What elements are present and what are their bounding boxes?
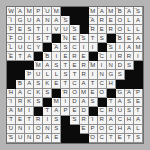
cell-r10c5[interactable]: S	[43, 89, 52, 98]
clue-number: 30	[89, 61, 92, 64]
cell-r15c1[interactable]: 50S	[7, 134, 16, 143]
cell-letter: P	[91, 125, 95, 132]
cell-r4c8[interactable]: E	[70, 34, 79, 43]
cell-r8c13[interactable]: S	[116, 70, 125, 79]
cell-r3c1[interactable]: 16F	[7, 25, 16, 34]
cell-letter: A	[127, 89, 131, 96]
cell-r14c15[interactable]: L	[134, 125, 143, 134]
cell-letter: N	[45, 125, 49, 132]
cell-r12c5[interactable]: 42T	[43, 107, 52, 116]
cell-letter: T	[64, 80, 68, 87]
black-cell-r11c5	[43, 98, 52, 107]
cell-r6c9[interactable]: E	[80, 52, 89, 61]
cell-letter: T	[27, 116, 31, 123]
cell-r5c14[interactable]: A	[125, 43, 134, 52]
cell-r3c3[interactable]: S	[25, 25, 34, 34]
cell-letter: B	[118, 35, 122, 42]
cell-letter: S	[72, 26, 76, 33]
clue-number: 38	[8, 98, 11, 101]
clue-number: 47	[89, 116, 92, 119]
cell-r2c11[interactable]: R	[98, 16, 107, 25]
cell-r13c8[interactable]: 46S	[70, 116, 79, 125]
black-cell-r8c2	[16, 70, 25, 79]
cell-r11c13[interactable]: A	[116, 98, 125, 107]
cell-r14c13[interactable]: H	[116, 125, 125, 134]
cell-r4c13[interactable]: 22B	[116, 34, 125, 43]
cell-r15c3[interactable]: N	[25, 134, 34, 143]
black-cell-r5c5	[43, 43, 52, 52]
cell-letter: A	[36, 17, 40, 24]
cell-r13c2[interactable]: E	[16, 116, 25, 125]
cell-r14c4[interactable]: O	[34, 125, 43, 134]
cell-r5c9[interactable]: I	[80, 43, 89, 52]
cell-letter: A	[82, 98, 86, 105]
cell-r2c15[interactable]: A	[134, 16, 143, 25]
cell-r6c6[interactable]: I	[52, 52, 61, 61]
cell-r2c6[interactable]: A	[52, 16, 61, 25]
cell-r2c10[interactable]: 15A	[89, 16, 98, 25]
cell-r7c4[interactable]: 29M	[34, 61, 43, 70]
cell-letter: M	[135, 44, 140, 51]
cell-r1c1[interactable]: 1W	[7, 7, 16, 16]
cell-letter: P	[136, 89, 140, 96]
cell-r6c12[interactable]: I	[107, 52, 116, 61]
cell-r9c6[interactable]: E	[52, 80, 61, 89]
cell-letter: B	[18, 80, 22, 87]
cell-r7c12[interactable]: N	[107, 61, 116, 70]
cell-r1c15[interactable]: 12S	[134, 7, 143, 16]
black-cell-r12c10	[89, 107, 98, 116]
cell-letter: A	[54, 17, 58, 24]
cell-r11c7[interactable]: I	[61, 98, 70, 107]
cell-letter: A	[27, 53, 31, 60]
cell-r9c10[interactable]: T	[89, 80, 98, 89]
cell-r15c13[interactable]: E	[116, 134, 125, 143]
cell-r2c13[interactable]: O	[116, 16, 125, 25]
clue-number: 15	[89, 16, 92, 19]
cell-r8c3[interactable]: 31P	[25, 70, 34, 79]
cell-letter: R	[100, 17, 104, 24]
cell-r6c11[interactable]: 28C	[98, 52, 107, 61]
cell-r3c5[interactable]: I	[43, 25, 52, 34]
cell-letter: O	[72, 89, 77, 96]
cell-r11c6[interactable]: 39M	[52, 98, 61, 107]
cell-r1c5[interactable]: 5U	[43, 7, 52, 16]
cell-r5c2[interactable]: U	[16, 43, 25, 52]
cell-r3c13[interactable]: O	[116, 25, 125, 34]
cell-letter: S	[27, 26, 31, 33]
cell-r13c14[interactable]: H	[125, 116, 134, 125]
cell-r10c2[interactable]: A	[16, 89, 25, 98]
cell-r11c2[interactable]: R	[16, 98, 25, 107]
cell-r9c12[interactable]: H	[107, 80, 116, 89]
black-cell-r7c1	[7, 61, 16, 70]
cell-r4c5[interactable]: T	[43, 34, 52, 43]
cell-letter: U	[27, 17, 31, 24]
cell-r2c12[interactable]: E	[107, 16, 116, 25]
cell-r14c2[interactable]: N	[16, 125, 25, 134]
cell-r3c6[interactable]: V	[52, 25, 61, 34]
cell-letter: B	[118, 8, 122, 15]
cell-r2c2[interactable]: G	[16, 16, 25, 25]
cell-r6c2[interactable]: T	[16, 52, 25, 61]
cell-r4c14[interactable]: E	[125, 34, 134, 43]
cell-r9c7[interactable]: T	[61, 80, 70, 89]
cell-r3c12[interactable]: R	[107, 25, 116, 34]
cell-r10c11[interactable]: O	[98, 89, 107, 98]
cell-r5c4[interactable]: Y	[34, 43, 43, 52]
cell-letter: L	[127, 26, 130, 33]
cell-r5c12[interactable]: 25S	[107, 43, 116, 52]
cell-r15c11[interactable]: C	[98, 134, 107, 143]
cell-r7c6[interactable]: S	[52, 61, 61, 70]
cell-letter: S	[63, 17, 67, 24]
cell-r6c1[interactable]: 26E	[7, 52, 16, 61]
cell-letter: E	[100, 26, 104, 33]
clue-number: 23	[8, 43, 11, 46]
cell-r3c8[interactable]: 17S	[70, 25, 79, 34]
cell-letter: F	[9, 35, 13, 42]
cell-letter: I	[46, 26, 48, 33]
cell-letter: C	[100, 107, 104, 114]
cell-r1c13[interactable]: 10B	[116, 7, 125, 16]
cell-r7c8[interactable]: E	[70, 61, 79, 70]
cell-r11c10[interactable]: S	[89, 98, 98, 107]
clue-number: 35	[116, 89, 119, 92]
cell-r3c4[interactable]: T	[34, 25, 43, 34]
cell-r12c11[interactable]: 43C	[98, 107, 107, 116]
cell-r4c11[interactable]: S	[98, 34, 107, 43]
cell-letter: C	[100, 53, 104, 60]
cell-r9c11[interactable]: C	[98, 80, 107, 89]
cell-r12c3[interactable]: I	[25, 107, 34, 116]
cell-r7c13[interactable]: D	[116, 61, 125, 70]
clue-number: 22	[116, 34, 119, 37]
cell-r14c1[interactable]: 48U	[7, 125, 16, 134]
cell-r10c3[interactable]: C	[25, 89, 34, 98]
cell-r4c2[interactable]: O	[16, 34, 25, 43]
cell-r8c9[interactable]: R	[80, 70, 89, 79]
cell-r15c10[interactable]: 51O	[89, 134, 98, 143]
cell-r2c7[interactable]: 14S	[61, 16, 70, 25]
cell-r3c15[interactable]: L	[134, 25, 143, 34]
cell-r6c14[interactable]: R	[125, 52, 134, 61]
clue-number: 9	[107, 7, 108, 10]
cell-r13c15[interactable]: A	[134, 116, 143, 125]
cell-r12c13[interactable]: U	[116, 107, 125, 116]
cell-r10c10[interactable]: E	[89, 89, 98, 98]
clue-number: 20	[62, 34, 65, 37]
cell-r13c11[interactable]: R	[98, 116, 107, 125]
clue-number: 49	[80, 125, 83, 128]
cell-letter: H	[127, 116, 131, 123]
cell-r10c7[interactable]: 34R	[61, 89, 70, 98]
cell-r1c2[interactable]: 2A	[16, 7, 25, 16]
cell-r10c9[interactable]: M	[80, 89, 89, 98]
cell-r5c6[interactable]: 24A	[52, 43, 61, 52]
cell-r3c11[interactable]: E	[98, 25, 107, 34]
cell-letter: T	[109, 134, 113, 141]
cell-r13c6[interactable]: S	[52, 116, 61, 125]
cell-letter: D	[72, 98, 76, 105]
cell-r11c9[interactable]: A	[80, 98, 89, 107]
clue-number: 26	[8, 52, 11, 55]
cell-r13c9[interactable]: R	[80, 116, 89, 125]
clue-number: 19	[8, 34, 11, 37]
cell-r5c13[interactable]: I	[116, 43, 125, 52]
cell-r12c8[interactable]: E	[70, 107, 79, 116]
cell-r15c15[interactable]: S	[134, 134, 143, 143]
clue-number: 45	[35, 116, 38, 119]
clue-number: 33	[8, 89, 11, 92]
black-cell-r10c12	[107, 89, 116, 98]
cell-r12c14[interactable]: S	[125, 107, 134, 116]
cell-r6c7[interactable]: E	[61, 52, 70, 61]
cell-r12c15[interactable]: T	[134, 107, 143, 116]
cell-r3c2[interactable]: E	[16, 25, 25, 34]
cell-letter: S	[109, 44, 113, 51]
cell-letter: N	[109, 62, 113, 69]
cell-letter: O	[117, 26, 122, 33]
cell-r10c14[interactable]: 36A	[125, 89, 134, 98]
cell-letter: L	[46, 71, 49, 78]
cell-letter: I	[10, 98, 12, 105]
cell-r9c3[interactable]: A	[25, 80, 34, 89]
clue-number: 3	[26, 7, 27, 10]
cell-r14c9[interactable]: 49E	[80, 125, 89, 134]
cell-r4c10[interactable]: T	[89, 34, 98, 43]
cell-letter: U	[9, 125, 13, 132]
cell-r7c9[interactable]: R	[80, 61, 89, 70]
cell-letter: A	[100, 8, 104, 15]
black-cell-r14c8	[70, 125, 79, 134]
cell-letter: K	[27, 98, 31, 105]
clue-number: 44	[8, 116, 11, 119]
cell-r14c14[interactable]: A	[125, 125, 134, 134]
black-cell-r9c15	[134, 80, 143, 89]
cell-letter: U	[63, 26, 67, 33]
cell-letter: E	[9, 53, 13, 60]
cell-r13c12[interactable]: A	[107, 116, 116, 125]
cell-letter: S	[82, 35, 86, 42]
cell-r8c10[interactable]: I	[89, 70, 98, 79]
cell-r14c5[interactable]: N	[43, 125, 52, 134]
cell-r2c4[interactable]: A	[34, 16, 43, 25]
cell-r11c3[interactable]: K	[25, 98, 34, 107]
cell-letter: M	[54, 8, 59, 15]
cell-r7c5[interactable]: A	[43, 61, 52, 70]
cell-r13c3[interactable]: T	[25, 116, 34, 125]
cell-r13c4[interactable]: 45R	[34, 116, 43, 125]
cell-letter: I	[110, 53, 112, 60]
cell-letter: A	[54, 44, 58, 51]
cell-r2c14[interactable]: L	[125, 16, 134, 25]
cell-r5c10[interactable]: I	[89, 43, 98, 52]
clue-number: 24	[53, 43, 56, 46]
cell-r8c5[interactable]: L	[43, 70, 52, 79]
cell-letter: T	[36, 26, 40, 33]
black-cell-r2c8	[70, 16, 79, 25]
black-cell-r8c1	[7, 70, 16, 79]
black-cell-r8c15	[134, 70, 143, 79]
cell-r2c1[interactable]: 13I	[7, 16, 16, 25]
cell-r1c10[interactable]: 7M	[89, 7, 98, 16]
cell-r8c6[interactable]: L	[52, 70, 61, 79]
cell-r8c12[interactable]: G	[107, 70, 116, 79]
cell-r13c5[interactable]: I	[43, 116, 52, 125]
cell-letter: O	[36, 125, 41, 132]
cell-r7c11[interactable]: I	[98, 61, 107, 70]
cell-r9c8[interactable]: C	[70, 80, 79, 89]
cell-letter: P	[27, 71, 31, 78]
cell-r15c6[interactable]: E	[52, 134, 61, 143]
clue-number: 14	[62, 16, 65, 19]
cell-r12c9[interactable]: D	[80, 107, 89, 116]
cell-letter: M	[81, 89, 86, 96]
cell-r11c14[interactable]: S	[125, 98, 134, 107]
cell-r6c15[interactable]: I	[134, 52, 143, 61]
clue-number: 46	[71, 116, 74, 119]
cell-r12c6[interactable]: A	[52, 107, 61, 116]
cell-r12c1[interactable]: 41A	[7, 107, 16, 116]
cell-r15c14[interactable]: T	[125, 134, 134, 143]
cell-r1c4[interactable]: 4P	[34, 7, 43, 16]
cell-r13c13[interactable]: C	[116, 116, 125, 125]
cell-r3c7[interactable]: U	[61, 25, 70, 34]
cell-r12c12[interactable]: R	[107, 107, 116, 116]
cell-r11c4[interactable]: S	[34, 98, 43, 107]
cell-r5c7[interactable]: S	[61, 43, 70, 52]
cell-letter: D	[118, 62, 122, 69]
cell-r1c12[interactable]: 9M	[107, 7, 116, 16]
cell-letter: A	[45, 134, 49, 141]
cell-r9c5[interactable]: K	[43, 80, 52, 89]
cell-r6c8[interactable]: R	[70, 52, 79, 61]
cell-r8c4[interactable]: U	[34, 70, 43, 79]
cell-r4c4[interactable]: S	[34, 34, 43, 43]
cell-r7c7[interactable]: T	[61, 61, 70, 70]
cell-letter: I	[56, 53, 58, 60]
black-cell-r7c3	[25, 61, 34, 70]
cell-letter: A	[54, 107, 58, 114]
cell-r6c5[interactable]: 27B	[43, 52, 52, 61]
cell-letter: T	[127, 134, 131, 141]
cell-letter: R	[63, 89, 67, 96]
clue-number: 42	[44, 107, 47, 110]
cell-letter: T	[18, 53, 22, 60]
cell-r5c15[interactable]: M	[134, 43, 143, 52]
cell-r1c14[interactable]: 11A	[125, 7, 134, 16]
cell-letter: P	[36, 8, 40, 15]
cell-r14c3[interactable]: I	[25, 125, 34, 134]
cell-r9c4[interactable]: S	[34, 80, 43, 89]
cell-r2c5[interactable]: N	[43, 16, 52, 25]
cell-r10c4[interactable]: K	[34, 89, 43, 98]
cell-r5c3[interactable]: C	[25, 43, 34, 52]
cell-r15c4[interactable]: D	[34, 134, 43, 143]
cell-r12c7[interactable]: P	[61, 107, 70, 116]
cell-letter: I	[83, 44, 85, 51]
cell-letter: O	[18, 35, 23, 42]
cell-letter: H	[9, 89, 13, 96]
cell-r11c15[interactable]: E	[134, 98, 143, 107]
cell-r12c2[interactable]: M	[16, 107, 25, 116]
cell-r3c10[interactable]: 18R	[89, 25, 98, 34]
cell-r4c1[interactable]: 19F	[7, 34, 16, 43]
cell-r10c1[interactable]: 33H	[7, 89, 16, 98]
cell-r15c2[interactable]: U	[16, 134, 25, 143]
cell-r8c11[interactable]: N	[98, 70, 107, 79]
cell-r4c15[interactable]: A	[134, 34, 143, 43]
cell-letter: I	[101, 62, 103, 69]
cell-r13c10[interactable]: 47I	[89, 116, 98, 125]
cell-letter: S	[136, 134, 140, 141]
cell-r11c12[interactable]: 40T	[107, 98, 116, 107]
cell-r14c10[interactable]: P	[89, 125, 98, 134]
clue-number: 34	[62, 89, 65, 92]
cell-r4c7[interactable]: 20N	[61, 34, 70, 43]
cell-r11c1[interactable]: 38I	[7, 98, 16, 107]
cell-r6c13[interactable]: R	[116, 52, 125, 61]
cell-r14c12[interactable]: C	[107, 125, 116, 134]
cell-letter: T	[136, 107, 140, 114]
cell-r1c6[interactable]: 6M	[52, 7, 61, 16]
cell-r4c3[interactable]: I	[25, 34, 34, 43]
cell-r11c8[interactable]: D	[70, 98, 79, 107]
cell-r10c13[interactable]: 35G	[116, 89, 125, 98]
cell-r6c3[interactable]: A	[25, 52, 34, 61]
cell-letter: P	[63, 107, 67, 114]
cell-r2c3[interactable]: U	[25, 16, 34, 25]
cell-r5c1[interactable]: 23L	[7, 43, 16, 52]
cell-letter: R	[90, 26, 94, 33]
clue-number: 6	[53, 7, 54, 10]
cell-r13c1[interactable]: 44T	[7, 116, 16, 125]
cell-letter: R	[81, 116, 85, 123]
cell-letter: A	[109, 116, 113, 123]
clue-number: 11	[125, 7, 128, 10]
cell-r10c8[interactable]: O	[70, 89, 79, 98]
cell-r10c15[interactable]: 37P	[134, 89, 143, 98]
cell-r4c9[interactable]: 21S	[80, 34, 89, 43]
cell-r14c11[interactable]: O	[98, 125, 107, 134]
cell-letter: S	[54, 125, 58, 132]
cell-r15c5[interactable]: A	[43, 134, 52, 143]
clue-number: 40	[107, 98, 110, 101]
cell-r14c6[interactable]: S	[52, 125, 61, 134]
cell-r8c8[interactable]: T	[70, 70, 79, 79]
cell-r9c9[interactable]: A	[80, 80, 89, 89]
cell-letter: N	[27, 134, 31, 141]
black-cell-r15c7	[61, 134, 70, 143]
cell-r3c14[interactable]: L	[125, 25, 134, 34]
cell-r1c11[interactable]: 8A	[98, 7, 107, 16]
cell-r1c3[interactable]: 3M	[25, 7, 34, 16]
clue-number: 5	[44, 7, 45, 10]
cell-r7c14[interactable]: S	[125, 61, 134, 70]
black-cell-r2c9	[80, 16, 89, 25]
cell-r9c2[interactable]: 32B	[16, 80, 25, 89]
cell-r15c12[interactable]: T	[107, 134, 116, 143]
cell-r5c8[interactable]: C	[70, 43, 79, 52]
cell-letter: S	[127, 98, 131, 105]
cell-letter: I	[137, 53, 139, 60]
black-cell-r9c13	[116, 80, 125, 89]
clue-number: 12	[134, 7, 137, 10]
cell-r8c7[interactable]: S	[61, 70, 70, 79]
cell-letter: E	[136, 98, 140, 105]
cell-r7c10[interactable]: 30M	[89, 61, 98, 70]
